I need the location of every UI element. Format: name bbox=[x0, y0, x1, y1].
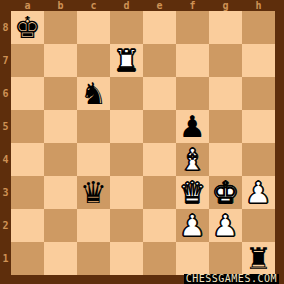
square-h4[interactable] bbox=[242, 143, 275, 176]
file-label-f: f bbox=[176, 0, 209, 11]
square-h7[interactable] bbox=[242, 44, 275, 77]
file-labels: abcdefgh bbox=[11, 0, 275, 11]
square-g6[interactable] bbox=[209, 77, 242, 110]
file-label-g: g bbox=[209, 0, 242, 11]
rank-label-1: 1 bbox=[0, 242, 11, 275]
square-e3[interactable] bbox=[143, 176, 176, 209]
square-c2[interactable] bbox=[77, 209, 110, 242]
square-a7[interactable] bbox=[11, 44, 44, 77]
square-h2[interactable] bbox=[242, 209, 275, 242]
square-d1[interactable] bbox=[110, 242, 143, 275]
square-b2[interactable] bbox=[44, 209, 77, 242]
rank-label-6: 6 bbox=[0, 77, 11, 110]
square-h6[interactable] bbox=[242, 77, 275, 110]
square-a3[interactable] bbox=[11, 176, 44, 209]
square-h5[interactable] bbox=[242, 110, 275, 143]
file-label-d: d bbox=[110, 0, 143, 11]
square-c5[interactable] bbox=[77, 110, 110, 143]
file-label-b: b bbox=[44, 0, 77, 11]
piece-white-pawn: ♟ bbox=[245, 176, 272, 209]
square-f3[interactable]: ♛ bbox=[176, 176, 209, 209]
piece-black-queen: ♛ bbox=[80, 176, 107, 209]
square-d6[interactable] bbox=[110, 77, 143, 110]
square-e5[interactable] bbox=[143, 110, 176, 143]
piece-white-king: ♚ bbox=[212, 176, 239, 209]
square-g3[interactable]: ♚ bbox=[209, 176, 242, 209]
square-a1[interactable] bbox=[11, 242, 44, 275]
square-b5[interactable] bbox=[44, 110, 77, 143]
file-label-c: c bbox=[77, 0, 110, 11]
square-c6[interactable]: ♞ bbox=[77, 77, 110, 110]
square-c1[interactable] bbox=[77, 242, 110, 275]
square-c4[interactable] bbox=[77, 143, 110, 176]
watermark: CHESSGAMES.COM bbox=[184, 274, 279, 284]
square-a4[interactable] bbox=[11, 143, 44, 176]
rank-label-5: 5 bbox=[0, 110, 11, 143]
piece-black-rook: ♜ bbox=[245, 242, 272, 275]
square-f6[interactable] bbox=[176, 77, 209, 110]
square-f8[interactable] bbox=[176, 11, 209, 44]
square-h1[interactable]: ♜ bbox=[242, 242, 275, 275]
square-f1[interactable] bbox=[176, 242, 209, 275]
square-a6[interactable] bbox=[11, 77, 44, 110]
piece-white-queen: ♛ bbox=[179, 176, 206, 209]
chess-diagram: abcdefgh 87654321 ♚♜♞♟♝♛♛♚♟♟♟♜ CHESSGAME… bbox=[0, 0, 284, 284]
file-label-e: e bbox=[143, 0, 176, 11]
square-b3[interactable] bbox=[44, 176, 77, 209]
rank-label-4: 4 bbox=[0, 143, 11, 176]
piece-white-pawn: ♟ bbox=[212, 209, 239, 242]
rank-labels: 87654321 bbox=[0, 11, 11, 275]
square-g8[interactable] bbox=[209, 11, 242, 44]
square-e8[interactable] bbox=[143, 11, 176, 44]
square-b4[interactable] bbox=[44, 143, 77, 176]
rank-label-2: 2 bbox=[0, 209, 11, 242]
square-c7[interactable] bbox=[77, 44, 110, 77]
rank-label-8: 8 bbox=[0, 11, 11, 44]
square-e1[interactable] bbox=[143, 242, 176, 275]
square-f7[interactable] bbox=[176, 44, 209, 77]
square-f2[interactable]: ♟ bbox=[176, 209, 209, 242]
square-c3[interactable]: ♛ bbox=[77, 176, 110, 209]
square-h8[interactable] bbox=[242, 11, 275, 44]
square-d3[interactable] bbox=[110, 176, 143, 209]
piece-white-pawn: ♟ bbox=[179, 209, 206, 242]
piece-black-knight: ♞ bbox=[80, 77, 107, 110]
square-b6[interactable] bbox=[44, 77, 77, 110]
square-f4[interactable]: ♝ bbox=[176, 143, 209, 176]
square-g1[interactable] bbox=[209, 242, 242, 275]
piece-white-rook: ♜ bbox=[113, 44, 140, 77]
piece-white-bishop: ♝ bbox=[179, 143, 206, 176]
board-grid: ♚♜♞♟♝♛♛♚♟♟♟♜ bbox=[11, 11, 275, 275]
square-h3[interactable]: ♟ bbox=[242, 176, 275, 209]
square-b7[interactable] bbox=[44, 44, 77, 77]
square-a5[interactable] bbox=[11, 110, 44, 143]
rank-label-3: 3 bbox=[0, 176, 11, 209]
square-d2[interactable] bbox=[110, 209, 143, 242]
square-a8[interactable]: ♚ bbox=[11, 11, 44, 44]
square-g4[interactable] bbox=[209, 143, 242, 176]
square-d5[interactable] bbox=[110, 110, 143, 143]
square-e2[interactable] bbox=[143, 209, 176, 242]
square-b1[interactable] bbox=[44, 242, 77, 275]
square-b8[interactable] bbox=[44, 11, 77, 44]
square-e4[interactable] bbox=[143, 143, 176, 176]
square-f5[interactable]: ♟ bbox=[176, 110, 209, 143]
square-a2[interactable] bbox=[11, 209, 44, 242]
square-g5[interactable] bbox=[209, 110, 242, 143]
square-g7[interactable] bbox=[209, 44, 242, 77]
square-e6[interactable] bbox=[143, 77, 176, 110]
square-d4[interactable] bbox=[110, 143, 143, 176]
square-g2[interactable]: ♟ bbox=[209, 209, 242, 242]
square-e7[interactable] bbox=[143, 44, 176, 77]
file-label-h: h bbox=[242, 0, 275, 11]
piece-black-king: ♚ bbox=[14, 11, 41, 44]
rank-label-7: 7 bbox=[0, 44, 11, 77]
piece-black-pawn: ♟ bbox=[179, 110, 206, 143]
square-d7[interactable]: ♜ bbox=[110, 44, 143, 77]
square-d8[interactable] bbox=[110, 11, 143, 44]
square-c8[interactable] bbox=[77, 11, 110, 44]
